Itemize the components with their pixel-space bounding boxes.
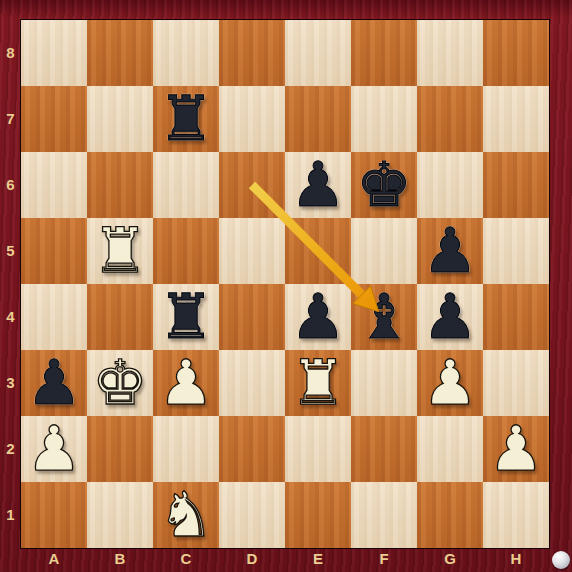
- square-d2[interactable]: [219, 416, 285, 482]
- square-g8[interactable]: [417, 20, 483, 86]
- square-d4[interactable]: [219, 284, 285, 350]
- square-b6[interactable]: [87, 152, 153, 218]
- square-b8[interactable]: [87, 20, 153, 86]
- white-pawn-h2[interactable]: ♟: [488, 416, 544, 482]
- square-d7[interactable]: [219, 86, 285, 152]
- square-g5[interactable]: ♟: [417, 218, 483, 284]
- square-h1[interactable]: [483, 482, 549, 548]
- square-c5[interactable]: [153, 218, 219, 284]
- square-c6[interactable]: [153, 152, 219, 218]
- square-c7[interactable]: ♜: [153, 86, 219, 152]
- rank-label-5: 5: [0, 218, 21, 284]
- black-pawn-g5[interactable]: ♟: [422, 218, 478, 284]
- rank-label-2: 2: [0, 416, 21, 482]
- black-pawn-g4[interactable]: ♟: [422, 284, 478, 350]
- black-king-f6[interactable]: ♚: [356, 152, 412, 218]
- square-b5[interactable]: ♜: [87, 218, 153, 284]
- square-a6[interactable]: [21, 152, 87, 218]
- black-pawn-e6[interactable]: ♟: [290, 152, 346, 218]
- square-d8[interactable]: [219, 20, 285, 86]
- square-c8[interactable]: [153, 20, 219, 86]
- square-f1[interactable]: [351, 482, 417, 548]
- white-pawn-a2[interactable]: ♟: [26, 416, 82, 482]
- rank-label-8: 8: [0, 20, 21, 86]
- black-pawn-a3[interactable]: ♟: [26, 350, 82, 416]
- square-d6[interactable]: [219, 152, 285, 218]
- square-f8[interactable]: [351, 20, 417, 86]
- square-f2[interactable]: [351, 416, 417, 482]
- rank-label-6: 6: [0, 152, 21, 218]
- square-h3[interactable]: [483, 350, 549, 416]
- file-label-b: B: [87, 548, 153, 572]
- black-rook-c4[interactable]: ♜: [158, 284, 214, 350]
- square-e3[interactable]: ♜: [285, 350, 351, 416]
- rank-label-3: 3: [0, 350, 21, 416]
- white-pawn-c3[interactable]: ♟: [158, 350, 214, 416]
- square-a8[interactable]: [21, 20, 87, 86]
- file-label-g: G: [417, 548, 483, 572]
- square-e8[interactable]: [285, 20, 351, 86]
- square-e4[interactable]: ♟: [285, 284, 351, 350]
- rank-label-7: 7: [0, 86, 21, 152]
- square-b7[interactable]: [87, 86, 153, 152]
- square-e6[interactable]: ♟: [285, 152, 351, 218]
- square-h7[interactable]: [483, 86, 549, 152]
- square-b1[interactable]: [87, 482, 153, 548]
- square-h4[interactable]: [483, 284, 549, 350]
- rank-label-4: 4: [0, 284, 21, 350]
- square-h2[interactable]: ♟: [483, 416, 549, 482]
- square-c4[interactable]: ♜: [153, 284, 219, 350]
- square-e5[interactable]: [285, 218, 351, 284]
- white-rook-e3[interactable]: ♜: [290, 350, 346, 416]
- square-a7[interactable]: [21, 86, 87, 152]
- square-f6[interactable]: ♚: [351, 152, 417, 218]
- square-g4[interactable]: ♟: [417, 284, 483, 350]
- square-f4[interactable]: ♝: [351, 284, 417, 350]
- square-g3[interactable]: ♟: [417, 350, 483, 416]
- square-f5[interactable]: [351, 218, 417, 284]
- black-bishop-f4[interactable]: ♝: [356, 284, 412, 350]
- square-e1[interactable]: [285, 482, 351, 548]
- white-knight-c1[interactable]: ♞: [158, 482, 214, 548]
- square-f7[interactable]: [351, 86, 417, 152]
- square-g7[interactable]: [417, 86, 483, 152]
- square-c3[interactable]: ♟: [153, 350, 219, 416]
- square-f3[interactable]: [351, 350, 417, 416]
- file-label-c: C: [153, 548, 219, 572]
- square-c1[interactable]: ♞: [153, 482, 219, 548]
- square-a2[interactable]: ♟: [21, 416, 87, 482]
- file-label-a: A: [21, 548, 87, 572]
- square-h8[interactable]: [483, 20, 549, 86]
- square-b3[interactable]: ♚: [87, 350, 153, 416]
- black-rook-c7[interactable]: ♜: [158, 86, 214, 152]
- file-label-h: H: [483, 548, 549, 572]
- white-rook-b5[interactable]: ♜: [92, 218, 148, 284]
- white-king-b3[interactable]: ♚: [92, 350, 148, 416]
- white-to-move-indicator: [552, 551, 570, 569]
- square-b4[interactable]: [87, 284, 153, 350]
- square-d3[interactable]: [219, 350, 285, 416]
- square-h5[interactable]: [483, 218, 549, 284]
- square-h6[interactable]: [483, 152, 549, 218]
- square-e7[interactable]: [285, 86, 351, 152]
- square-a1[interactable]: [21, 482, 87, 548]
- square-d1[interactable]: [219, 482, 285, 548]
- square-g2[interactable]: [417, 416, 483, 482]
- file-coordinates: ABCDEFGH: [21, 548, 549, 572]
- white-pawn-g3[interactable]: ♟: [422, 350, 478, 416]
- square-a5[interactable]: [21, 218, 87, 284]
- rank-coordinates: 87654321: [0, 20, 21, 548]
- square-a4[interactable]: [21, 284, 87, 350]
- square-b2[interactable]: [87, 416, 153, 482]
- chess-board: ♜♟♚♜♟♜♟♝♟♟♚♟♜♟♟♟♞: [21, 20, 549, 548]
- square-c2[interactable]: [153, 416, 219, 482]
- file-label-e: E: [285, 548, 351, 572]
- file-label-d: D: [219, 548, 285, 572]
- square-g1[interactable]: [417, 482, 483, 548]
- square-g6[interactable]: [417, 152, 483, 218]
- chess-board-frame: ♜♟♚♜♟♜♟♝♟♟♚♟♜♟♟♟♞ 87654321 ABCDEFGH: [0, 0, 572, 572]
- square-a3[interactable]: ♟: [21, 350, 87, 416]
- rank-label-1: 1: [0, 482, 21, 548]
- square-e2[interactable]: [285, 416, 351, 482]
- file-label-f: F: [351, 548, 417, 572]
- black-pawn-e4[interactable]: ♟: [290, 284, 346, 350]
- square-d5[interactable]: [219, 218, 285, 284]
